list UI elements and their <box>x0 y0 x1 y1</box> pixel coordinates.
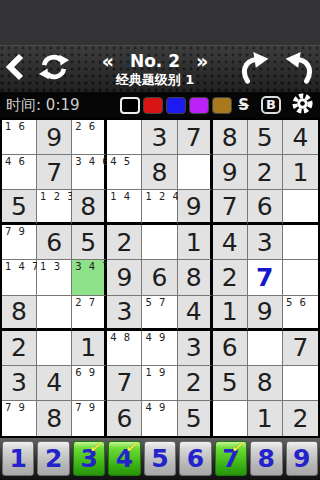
cell-r9c8[interactable]: 1 <box>248 401 283 436</box>
given-digit: 4 <box>222 230 238 255</box>
given-digit: 8 <box>46 406 62 431</box>
given-digit: 8 <box>152 160 168 185</box>
undo-arrow-icon <box>284 50 314 88</box>
redo-button[interactable] <box>240 50 270 88</box>
cell-r9c7[interactable] <box>213 401 248 436</box>
number-button-3[interactable]: 3✓ <box>73 441 105 476</box>
color-swatch-red[interactable] <box>143 97 163 114</box>
given-digit: 2 <box>222 265 238 290</box>
number-button-6[interactable]: 6 <box>179 441 211 476</box>
given-digit: 9 <box>116 265 132 290</box>
status-bar <box>0 0 320 45</box>
given-digit: 8 <box>186 265 202 290</box>
given-digit: 6 <box>257 194 273 219</box>
given-digit: 5 <box>186 406 202 431</box>
cell-r6c5[interactable]: 5 7 <box>142 296 177 331</box>
number-button-8[interactable]: 8 <box>250 441 282 476</box>
cell-r4c6[interactable]: 1 <box>178 225 213 260</box>
given-digit: 8 <box>222 125 238 150</box>
given-digit: 8 <box>11 299 27 324</box>
pen-color-swatches <box>120 97 232 114</box>
cell-r3c7[interactable]: 7 <box>213 190 248 225</box>
number-button-9[interactable]: 9 <box>286 441 318 476</box>
s-mode-toggle[interactable]: S <box>236 96 251 114</box>
cell-r8c4[interactable]: 7 <box>107 366 142 401</box>
cell-r5c5[interactable]: 6 <box>142 260 177 295</box>
cell-r7c1[interactable]: 2 <box>2 331 37 366</box>
given-digit: 1 <box>257 406 273 431</box>
given-digit: 1 <box>186 230 202 255</box>
check-icon: ✓ <box>229 436 246 458</box>
cell-r7c2[interactable] <box>37 331 72 366</box>
cell-r2c9[interactable]: 1 <box>283 155 318 190</box>
given-digit: 2 <box>11 335 27 360</box>
number-button-2[interactable]: 2 <box>37 441 69 476</box>
check-icon: ✓ <box>123 436 140 458</box>
given-digit: 2 <box>292 406 308 431</box>
sudoku-board: 1 692 6378544 673 4 64 5892151 2 381 41 … <box>0 118 320 438</box>
given-digit: 7 <box>292 335 308 360</box>
cell-r9c9[interactable]: 2 <box>283 401 318 436</box>
cell-r9c6[interactable]: 5 <box>178 401 213 436</box>
given-digit: 3 <box>186 335 202 360</box>
pencil-marks: 7 9 <box>75 402 103 413</box>
number-button-label: 5 <box>151 446 168 471</box>
cell-r8c7[interactable]: 5 <box>213 366 248 401</box>
pencil-marks: 1 2 3 <box>40 191 70 202</box>
puzzle-header: « No. 2 » 经典题级别 1 <box>102 51 209 87</box>
back-button[interactable] <box>6 53 24 85</box>
cell-r3c9[interactable] <box>283 190 318 225</box>
cell-r4c3[interactable]: 5 <box>72 225 107 260</box>
cell-r8c1[interactable]: 3 <box>2 366 37 401</box>
number-button-5[interactable]: 5 <box>144 441 176 476</box>
timer-value: 0:19 <box>46 96 80 114</box>
given-digit: 1 <box>292 160 308 185</box>
given-digit: 1 <box>222 299 238 324</box>
cell-r6c8[interactable]: 9 <box>248 296 283 331</box>
cell-r6c7[interactable]: 1 <box>213 296 248 331</box>
color-swatch-purple[interactable] <box>189 97 209 114</box>
given-digit: 3 <box>152 125 168 150</box>
cell-r9c1[interactable]: 7 9 <box>2 401 37 436</box>
pencil-marks: 1 2 4 <box>145 191 175 202</box>
pencil-marks: 1 3 <box>40 261 70 272</box>
cell-r2c6[interactable] <box>178 155 213 190</box>
cell-r8c6[interactable]: 2 <box>178 366 213 401</box>
cell-r7c5[interactable]: 4 9 <box>142 331 177 366</box>
cell-r1c5[interactable]: 3 <box>142 120 177 155</box>
given-digit: 2 <box>186 370 202 395</box>
cell-r8c9[interactable] <box>283 366 318 401</box>
given-digit: 7 <box>46 160 62 185</box>
cell-r9c2[interactable]: 8 <box>37 401 72 436</box>
pencil-marks: 1 4 7 <box>5 261 35 272</box>
cell-r9c3[interactable]: 7 9 <box>72 401 107 436</box>
number-button-4[interactable]: 4✓ <box>108 441 140 476</box>
redo-arrow-icon <box>240 50 270 88</box>
restart-button[interactable] <box>38 51 70 87</box>
given-digit: 9 <box>186 194 202 219</box>
pencil-marks: 7 9 <box>5 402 35 413</box>
cell-r8c5[interactable]: 1 9 <box>142 366 177 401</box>
cell-r5c4[interactable]: 9 <box>107 260 142 295</box>
given-digit: 7 <box>186 125 202 150</box>
cell-r1c6[interactable]: 7 <box>178 120 213 155</box>
cell-r6c9[interactable]: 5 6 <box>283 296 318 331</box>
cell-r8c3[interactable]: 6 9 <box>72 366 107 401</box>
given-digit: 6 <box>46 230 62 255</box>
number-button-1[interactable]: 1 <box>2 441 34 476</box>
cell-r3c5[interactable]: 1 2 4 <box>142 190 177 225</box>
given-digit: 3 <box>257 230 273 255</box>
cell-r7c8[interactable] <box>248 331 283 366</box>
cell-r1c2[interactable]: 9 <box>37 120 72 155</box>
pencil-marks: 4 6 <box>5 156 35 167</box>
cell-r2c4[interactable]: 4 5 <box>107 155 142 190</box>
number-button-label: 1 <box>10 446 27 471</box>
color-swatch-black[interactable] <box>120 97 140 114</box>
user-digit: 7 <box>256 265 273 290</box>
pencil-marks: 4 9 <box>145 332 175 343</box>
cell-r8c2[interactable]: 4 <box>37 366 72 401</box>
cell-r5c6[interactable]: 8 <box>178 260 213 295</box>
prev-puzzle-button[interactable]: « <box>102 51 114 72</box>
given-digit: 9 <box>222 160 238 185</box>
number-button-label: 2 <box>45 446 62 471</box>
pencil-marks: 3 4 6 <box>75 156 103 167</box>
b-mode-toggle[interactable]: B <box>261 96 281 114</box>
pencil-marks: 2 7 <box>75 297 103 308</box>
cell-r4c8[interactable]: 3 <box>248 225 283 260</box>
given-digit: 5 <box>80 230 96 255</box>
given-digit: 9 <box>257 299 273 324</box>
cell-r7c4[interactable]: 4 8 <box>107 331 142 366</box>
cell-r1c7[interactable]: 8 <box>213 120 248 155</box>
cell-r3c6[interactable]: 9 <box>178 190 213 225</box>
cell-r6c3[interactable]: 2 7 <box>72 296 107 331</box>
cell-r6c1[interactable]: 8 <box>2 296 37 331</box>
pencil-marks: 2 6 <box>75 121 103 132</box>
pencil-marks: 5 6 <box>286 297 317 308</box>
control-bar: 时间: 0:19 S B <box>0 92 320 118</box>
sudoku-app: « No. 2 » 经典题级别 1 <box>0 0 320 480</box>
given-digit: 5 <box>257 125 273 150</box>
cell-r4c9[interactable] <box>283 225 318 260</box>
cell-r5c2[interactable]: 1 3 <box>37 260 72 295</box>
number-pad: 123✓4✓567✓89 <box>0 438 320 480</box>
given-digit: 8 <box>257 370 273 395</box>
pencil-marks: 4 5 <box>110 156 140 167</box>
refresh-icon <box>38 51 70 87</box>
cell-r2c8[interactable]: 2 <box>248 155 283 190</box>
cell-r4c4[interactable]: 2 <box>107 225 142 260</box>
check-icon: ✓ <box>88 436 105 458</box>
pencil-marks: 6 9 <box>75 367 103 378</box>
given-digit: 6 <box>222 335 238 360</box>
timer-label: 时间: 0:19 <box>6 96 80 115</box>
puzzle-level-label: 经典题级别 1 <box>116 73 195 87</box>
pencil-marks: 1 6 <box>5 121 35 132</box>
cell-r3c2[interactable]: 1 2 3 <box>37 190 72 225</box>
cell-r1c4[interactable] <box>107 120 142 155</box>
given-digit: 6 <box>116 406 132 431</box>
cell-r7c7[interactable]: 6 <box>213 331 248 366</box>
cell-r5c8[interactable]: 7 <box>248 260 283 295</box>
given-digit: 7 <box>222 194 238 219</box>
cell-r9c4[interactable]: 6 <box>107 401 142 436</box>
puzzle-number: No. 2 <box>130 52 180 71</box>
cell-r2c7[interactable]: 9 <box>213 155 248 190</box>
cell-r4c2[interactable]: 6 <box>37 225 72 260</box>
given-digit: 3 <box>116 299 132 324</box>
given-digit: 2 <box>116 230 132 255</box>
given-digit: 3 <box>11 370 27 395</box>
pencil-marks: 5 7 <box>145 297 175 308</box>
given-digit: 5 <box>222 370 238 395</box>
cell-r6c2[interactable] <box>37 296 72 331</box>
given-digit: 7 <box>116 370 132 395</box>
toolbar: « No. 2 » 经典题级别 1 <box>0 45 320 92</box>
cell-r3c4[interactable]: 1 4 <box>107 190 142 225</box>
cell-r4c7[interactable]: 4 <box>213 225 248 260</box>
cell-r3c8[interactable]: 6 <box>248 190 283 225</box>
given-digit: 4 <box>186 299 202 324</box>
pencil-marks: 3 4 7 <box>75 261 103 272</box>
pencil-marks: 1 9 <box>145 367 175 378</box>
cell-r1c8[interactable]: 5 <box>248 120 283 155</box>
given-digit: 4 <box>46 370 62 395</box>
undo-button[interactable] <box>284 50 314 88</box>
number-button-label: 6 <box>187 446 204 471</box>
gear-icon <box>291 92 314 119</box>
cell-r7c3[interactable]: 1 <box>72 331 107 366</box>
cell-r8c8[interactable]: 8 <box>248 366 283 401</box>
cell-r3c3[interactable]: 8 <box>72 190 107 225</box>
color-swatch-blue[interactable] <box>166 97 186 114</box>
cell-r1c3[interactable]: 2 6 <box>72 120 107 155</box>
cell-r7c9[interactable]: 7 <box>283 331 318 366</box>
cell-r2c2[interactable]: 7 <box>37 155 72 190</box>
cell-r6c6[interactable]: 4 <box>178 296 213 331</box>
cell-r1c1[interactable]: 1 6 <box>2 120 37 155</box>
cell-r7c6[interactable]: 3 <box>178 331 213 366</box>
cell-r2c1[interactable]: 4 6 <box>2 155 37 190</box>
given-digit: 2 <box>257 160 273 185</box>
cell-r5c7[interactable]: 2 <box>213 260 248 295</box>
cell-r4c5[interactable] <box>142 225 177 260</box>
chevron-left-icon <box>6 53 24 85</box>
cell-r6c4[interactable]: 3 <box>107 296 142 331</box>
cell-r2c3[interactable]: 3 4 6 <box>72 155 107 190</box>
color-swatch-gold[interactable] <box>212 97 232 114</box>
pencil-marks: 1 4 <box>110 191 140 202</box>
given-digit: 9 <box>46 125 62 150</box>
cell-r5c9[interactable] <box>283 260 318 295</box>
cell-r4c1[interactable]: 7 9 <box>2 225 37 260</box>
cell-r9c5[interactable]: 4 9 <box>142 401 177 436</box>
pencil-marks: 4 8 <box>110 332 140 343</box>
number-button-label: 9 <box>293 446 310 471</box>
given-digit: 8 <box>80 194 96 219</box>
cell-r2c5[interactable]: 8 <box>142 155 177 190</box>
given-digit: 5 <box>11 194 27 219</box>
cell-r1c9[interactable]: 4 <box>283 120 318 155</box>
pencil-marks: 4 9 <box>145 402 175 413</box>
given-digit: 6 <box>152 265 168 290</box>
given-digit: 1 <box>80 335 96 360</box>
cell-r5c1[interactable]: 1 4 7 <box>2 260 37 295</box>
settings-button[interactable] <box>291 92 314 119</box>
number-button-label: 8 <box>258 446 275 471</box>
cell-r5c3[interactable]: 3 4 7 <box>72 260 107 295</box>
given-digit: 4 <box>292 125 308 150</box>
cell-r3c1[interactable]: 5 <box>2 190 37 225</box>
pencil-marks: 7 9 <box>5 226 35 237</box>
number-button-7[interactable]: 7✓ <box>215 441 247 476</box>
next-puzzle-button[interactable]: » <box>196 51 208 72</box>
